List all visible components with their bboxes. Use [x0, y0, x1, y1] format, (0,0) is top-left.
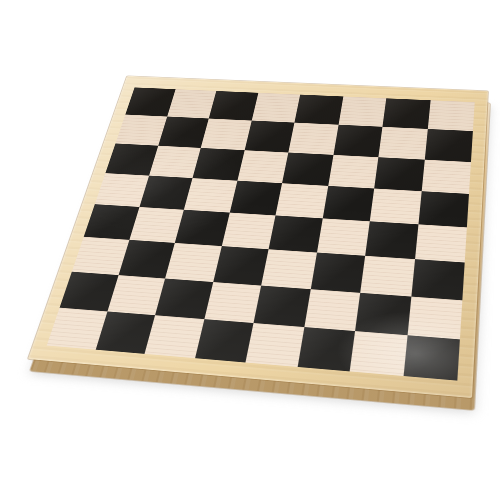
square-c7: [201, 119, 251, 150]
square-g4: [365, 221, 418, 259]
square-c8: [209, 91, 258, 121]
square-h8: [427, 100, 474, 131]
square-h6: [421, 159, 471, 193]
square-d2: [204, 282, 261, 323]
square-f6: [328, 155, 379, 189]
square-e2: [254, 285, 311, 327]
square-d6: [237, 150, 288, 183]
square-e6: [282, 152, 333, 185]
square-g7: [378, 127, 427, 159]
square-g3: [360, 256, 414, 296]
square-e3: [261, 249, 316, 288]
square-d8: [251, 93, 300, 123]
square-c3: [165, 243, 221, 282]
square-c4: [175, 210, 230, 247]
square-h1: [403, 335, 460, 381]
square-h5: [418, 191, 469, 227]
square-d4: [221, 213, 275, 250]
square-c5: [184, 178, 237, 213]
square-d3: [213, 246, 269, 285]
square-f5: [322, 186, 374, 222]
square-c2: [155, 278, 213, 319]
square-e5: [275, 183, 327, 218]
square-e7: [288, 123, 338, 155]
square-f3: [310, 253, 365, 293]
square-e4: [269, 215, 323, 252]
square-d5: [229, 180, 282, 215]
square-g5: [370, 188, 421, 224]
square-f1: [297, 327, 355, 372]
square-f4: [316, 218, 369, 256]
square-e1: [245, 323, 303, 367]
square-g6: [374, 157, 424, 191]
square-f8: [338, 96, 386, 126]
square-g1: [350, 331, 407, 376]
square-f2: [304, 289, 360, 331]
square-h2: [407, 296, 462, 339]
square-h3: [411, 259, 465, 300]
square-d1: [195, 319, 254, 363]
square-c6: [193, 148, 245, 181]
square-e8: [294, 95, 343, 125]
square-d7: [244, 121, 294, 153]
product-photo-scene: [0, 0, 500, 500]
checkerboard: [47, 87, 475, 380]
square-h4: [415, 224, 467, 262]
square-g8: [382, 98, 430, 129]
square-g2: [355, 292, 411, 335]
square-h7: [424, 129, 473, 162]
board-frame: [28, 76, 488, 398]
square-f7: [333, 125, 382, 157]
